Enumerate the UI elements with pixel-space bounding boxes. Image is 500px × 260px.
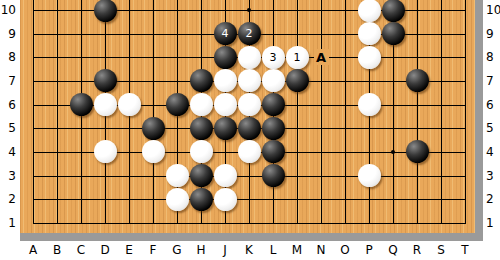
stone-white-P3 (358, 164, 381, 187)
stone-white-L8: 3 (262, 46, 285, 69)
stone-white-K8 (238, 46, 261, 69)
stone-black-R7 (406, 69, 429, 92)
stone-white-J3 (214, 164, 237, 187)
column-label-D: D (93, 243, 117, 257)
row-label-left-8: 8 (0, 50, 16, 64)
stone-white-H4 (190, 140, 213, 163)
row-label-right-9: 9 (486, 27, 500, 41)
row-label-left-5: 5 (0, 121, 16, 135)
row-label-left-7: 7 (0, 74, 16, 88)
column-label-K: K (237, 243, 261, 257)
stone-white-L7 (262, 69, 285, 92)
stone-black-F5 (142, 117, 165, 140)
column-label-P: P (357, 243, 381, 257)
row-label-left-2: 2 (0, 192, 16, 206)
row-label-right-4: 4 (486, 145, 500, 159)
column-label-E: E (117, 243, 141, 257)
row-label-right-5: 5 (486, 121, 500, 135)
stone-black-H2 (190, 188, 213, 211)
stone-white-J2 (214, 188, 237, 211)
row-label-right-1: 1 (486, 216, 500, 230)
stone-black-J5 (214, 117, 237, 140)
stone-black-K9: 2 (238, 22, 261, 45)
stone-black-C6 (70, 93, 93, 116)
column-label-G: G (165, 243, 189, 257)
stone-black-L4 (262, 140, 285, 163)
stone-white-K4 (238, 140, 261, 163)
stone-black-M7 (286, 69, 309, 92)
stone-black-Q9 (382, 22, 405, 45)
stone-white-J6 (214, 93, 237, 116)
star-point (247, 8, 251, 12)
stone-black-H7 (190, 69, 213, 92)
stones-layer: 4231A (21, 0, 477, 235)
row-label-left-4: 4 (0, 145, 16, 159)
column-label-A: A (21, 243, 45, 257)
row-label-right-10: 10 (486, 3, 500, 17)
column-label-O: O (333, 243, 357, 257)
column-label-S: S (429, 243, 453, 257)
row-label-left-1: 1 (0, 216, 16, 230)
column-label-Q: Q (381, 243, 405, 257)
stone-white-K6 (238, 93, 261, 116)
stone-black-K5 (238, 117, 261, 140)
column-label-T: T (453, 243, 477, 257)
stone-black-J9: 4 (214, 22, 237, 45)
stone-white-J7 (214, 69, 237, 92)
row-label-left-10: 10 (0, 3, 16, 17)
row-label-left-3: 3 (0, 169, 16, 183)
stone-white-G3 (166, 164, 189, 187)
stone-black-H3 (190, 164, 213, 187)
stone-black-L6 (262, 93, 285, 116)
column-label-C: C (69, 243, 93, 257)
stone-white-P6 (358, 93, 381, 116)
stone-black-D10 (94, 0, 117, 22)
stone-white-G2 (166, 188, 189, 211)
go-diagram: 4231A 1010998877665544332211ABCDEFGHJKLM… (0, 0, 500, 260)
stone-black-J8 (214, 46, 237, 69)
stone-white-H6 (190, 93, 213, 116)
stone-black-L3 (262, 164, 285, 187)
row-label-right-6: 6 (486, 98, 500, 112)
column-label-M: M (285, 243, 309, 257)
stone-white-F4 (142, 140, 165, 163)
stone-black-D7 (94, 69, 117, 92)
stone-black-H5 (190, 117, 213, 140)
column-label-B: B (45, 243, 69, 257)
stone-white-D4 (94, 140, 117, 163)
stone-white-P9 (358, 22, 381, 45)
stone-black-G6 (166, 93, 189, 116)
row-label-left-9: 9 (0, 27, 16, 41)
point-marker-A: A (314, 49, 329, 65)
column-label-R: R (405, 243, 429, 257)
row-label-right-8: 8 (486, 50, 500, 64)
go-board[interactable]: 4231A (20, 0, 483, 241)
column-label-N: N (309, 243, 333, 257)
row-label-left-6: 6 (0, 98, 16, 112)
column-label-H: H (189, 243, 213, 257)
column-label-L: L (261, 243, 285, 257)
stone-white-K7 (238, 69, 261, 92)
stone-white-D6 (94, 93, 117, 116)
stone-white-P10 (358, 0, 381, 22)
column-label-F: F (141, 243, 165, 257)
column-label-J: J (213, 243, 237, 257)
row-label-right-3: 3 (486, 169, 500, 183)
stone-black-L5 (262, 117, 285, 140)
stone-white-E6 (118, 93, 141, 116)
star-point (391, 150, 395, 154)
stone-white-P8 (358, 46, 381, 69)
row-label-right-2: 2 (486, 192, 500, 206)
stone-black-Q10 (382, 0, 405, 22)
stone-black-R4 (406, 140, 429, 163)
stone-white-M8: 1 (286, 46, 309, 69)
row-label-right-7: 7 (486, 74, 500, 88)
